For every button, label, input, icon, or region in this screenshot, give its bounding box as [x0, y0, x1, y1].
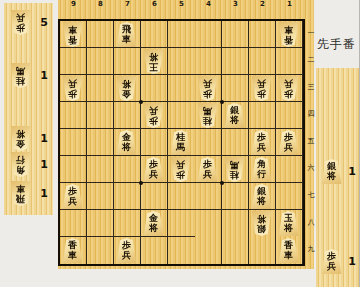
square-6二[interactable]: 王将: [141, 48, 168, 75]
square-6一[interactable]: [141, 21, 168, 48]
shogi-piece[interactable]: 王将: [143, 49, 164, 74]
square-1三[interactable]: 歩兵: [276, 75, 303, 102]
hand-count: 1: [37, 69, 51, 82]
shogi-piece[interactable]: 香車: [62, 238, 83, 263]
square-4七[interactable]: [195, 183, 222, 210]
shogi-piece[interactable]: 銀将: [251, 211, 272, 236]
square-9一[interactable]: 香車: [60, 21, 87, 48]
shogi-piece[interactable]: 桂馬: [197, 103, 218, 128]
square-8五[interactable]: [87, 129, 114, 156]
square-1八[interactable]: 玉将: [276, 210, 303, 237]
hand-count: 1: [37, 158, 51, 171]
square-9四[interactable]: [60, 102, 87, 129]
square-3一[interactable]: [222, 21, 249, 48]
square-5四[interactable]: [168, 102, 195, 129]
square-6六[interactable]: 歩兵: [141, 156, 168, 183]
square-9九[interactable]: 香車: [60, 237, 87, 264]
shogi-piece[interactable]: 銀将: [224, 103, 245, 128]
file-label: 3: [222, 0, 249, 9]
square-3八[interactable]: [222, 210, 249, 237]
shogi-piece[interactable]: 金将: [116, 130, 137, 155]
shogi-piece[interactable]: 香車: [278, 238, 299, 263]
square-5八[interactable]: [168, 210, 195, 237]
square-5五[interactable]: 桂馬: [168, 129, 195, 156]
hand-count: 1: [345, 165, 359, 178]
square-7九[interactable]: 歩兵: [114, 237, 141, 264]
rank-label: 六: [307, 163, 315, 173]
file-label: 4: [195, 0, 222, 9]
file-label: 1: [276, 0, 303, 9]
square-4三[interactable]: 歩兵: [195, 75, 222, 102]
square-8四[interactable]: [87, 102, 114, 129]
hand-count: 1: [37, 187, 51, 200]
shogi-piece[interactable]: 飛車: [116, 22, 137, 47]
square-6八[interactable]: 金将: [141, 210, 168, 237]
square-7八[interactable]: [114, 210, 141, 237]
square-1一[interactable]: 香車: [276, 21, 303, 48]
square-8九[interactable]: [87, 237, 114, 264]
square-2一[interactable]: [249, 21, 276, 48]
file-label: 5: [168, 0, 195, 9]
hand-count: 1: [345, 255, 359, 268]
square-7六[interactable]: [114, 156, 141, 183]
rank-label: 二: [307, 55, 315, 65]
shogi-piece[interactable]: 桂馬: [224, 157, 245, 182]
square-6四[interactable]: 歩兵: [141, 102, 168, 129]
square-4二[interactable]: [195, 48, 222, 75]
square-9二[interactable]: [60, 48, 87, 75]
square-4九[interactable]: [195, 237, 222, 264]
square-6九[interactable]: [141, 237, 168, 264]
square-2二[interactable]: [249, 48, 276, 75]
shogi-piece[interactable]: 角行: [251, 157, 272, 182]
square-9八[interactable]: [60, 210, 87, 237]
rank-label: 三: [307, 82, 315, 92]
square-4四[interactable]: 桂馬: [195, 102, 222, 129]
star-point: [139, 181, 143, 185]
shogi-piece[interactable]: 玉将: [278, 211, 299, 236]
shogi-piece[interactable]: 金将: [143, 211, 164, 236]
file-labels: 987654321: [60, 0, 303, 9]
star-point: [139, 100, 143, 104]
square-8二[interactable]: [87, 48, 114, 75]
shogi-piece[interactable]: 歩兵: [197, 157, 218, 182]
square-6三[interactable]: [141, 75, 168, 102]
square-9五[interactable]: [60, 129, 87, 156]
square-1二[interactable]: [276, 48, 303, 75]
square-5七[interactable]: [168, 183, 195, 210]
square-5二[interactable]: [168, 48, 195, 75]
shogi-app: 987654321 香車飛車香車王将歩兵金将歩兵歩兵歩兵歩兵桂馬銀将金将桂馬歩兵…: [0, 0, 360, 287]
shogi-piece[interactable]: 銀将: [251, 184, 272, 209]
square-2四[interactable]: [249, 102, 276, 129]
square-9三[interactable]: 歩兵: [60, 75, 87, 102]
square-2七[interactable]: 銀将: [249, 183, 276, 210]
shogi-piece[interactable]: 桂馬: [170, 130, 191, 155]
square-3七[interactable]: [222, 183, 249, 210]
hand-count: 5: [37, 16, 51, 29]
rank-label: 八: [307, 217, 315, 227]
square-8七[interactable]: [87, 183, 114, 210]
hand-count: 1: [37, 132, 51, 145]
square-2五[interactable]: 歩兵: [249, 129, 276, 156]
shogi-piece[interactable]: 歩兵: [143, 157, 164, 182]
rank-label: 一: [307, 28, 315, 38]
board-frame: 987654321 香車飛車香車王将歩兵金将歩兵歩兵歩兵歩兵桂馬銀将金将桂馬歩兵…: [58, 0, 314, 269]
square-1六[interactable]: [276, 156, 303, 183]
shogi-piece[interactable]: 歩兵: [170, 157, 191, 182]
square-1五[interactable]: 歩兵: [276, 129, 303, 156]
square-7七[interactable]: [114, 183, 141, 210]
shogi-piece[interactable]: 歩兵: [197, 76, 218, 101]
square-3五[interactable]: [222, 129, 249, 156]
shogi-piece[interactable]: 歩兵: [116, 238, 137, 263]
square-9六[interactable]: [60, 156, 87, 183]
square-1四[interactable]: [276, 102, 303, 129]
file-label: 7: [114, 0, 141, 9]
square-5一[interactable]: [168, 21, 195, 48]
square-3四[interactable]: 銀将: [222, 102, 249, 129]
square-8三[interactable]: [87, 75, 114, 102]
square-8一[interactable]: [87, 21, 114, 48]
square-4五[interactable]: [195, 129, 222, 156]
square-1九[interactable]: 香車: [276, 237, 303, 264]
square-4八[interactable]: [195, 210, 222, 237]
square-2八[interactable]: 銀将: [249, 210, 276, 237]
shogi-piece[interactable]: 歩兵: [62, 76, 83, 101]
file-label: 8: [87, 0, 114, 9]
rank-label: 五: [307, 136, 315, 146]
rank-label: 七: [307, 190, 315, 200]
star-point: [220, 181, 224, 185]
board-grid: 香車飛車香車王将歩兵金将歩兵歩兵歩兵歩兵桂馬銀将金将桂馬歩兵歩兵歩兵歩兵歩兵桂馬…: [58, 19, 305, 266]
square-3三[interactable]: [222, 75, 249, 102]
square-5九[interactable]: [168, 237, 195, 264]
square-4一[interactable]: [195, 21, 222, 48]
shogi-piece[interactable]: 香車: [278, 22, 299, 47]
square-9七[interactable]: 歩兵: [60, 183, 87, 210]
square-1七[interactable]: [276, 183, 303, 210]
square-6五[interactable]: [141, 129, 168, 156]
shogi-piece[interactable]: 歩兵: [278, 76, 299, 101]
rank-label: 九: [307, 244, 315, 254]
square-8八[interactable]: [87, 210, 114, 237]
shogi-piece[interactable]: 歩兵: [251, 76, 272, 101]
shogi-piece[interactable]: 歩兵: [143, 103, 164, 128]
rank-label: 四: [307, 109, 315, 119]
square-3六[interactable]: 桂馬: [222, 156, 249, 183]
shogi-piece[interactable]: 金将: [116, 76, 137, 101]
square-3九[interactable]: [222, 237, 249, 264]
file-label: 2: [249, 0, 276, 9]
square-5三[interactable]: [168, 75, 195, 102]
square-7三[interactable]: 金将: [114, 75, 141, 102]
square-7四[interactable]: [114, 102, 141, 129]
square-2六[interactable]: 角行: [249, 156, 276, 183]
square-4六[interactable]: 歩兵: [195, 156, 222, 183]
shogi-piece[interactable]: 歩兵: [62, 184, 83, 209]
square-2三[interactable]: 歩兵: [249, 75, 276, 102]
turn-indicator: 先手番: [317, 36, 359, 53]
file-label: 9: [60, 0, 87, 9]
square-7五[interactable]: 金将: [114, 129, 141, 156]
shogi-piece[interactable]: 歩兵: [251, 130, 272, 155]
shogi-piece[interactable]: 香車: [62, 22, 83, 47]
shogi-piece[interactable]: 歩兵: [278, 130, 299, 155]
square-3二[interactable]: [222, 48, 249, 75]
square-6七[interactable]: [141, 183, 168, 210]
square-5六[interactable]: 歩兵: [168, 156, 195, 183]
square-8六[interactable]: [87, 156, 114, 183]
star-point: [220, 100, 224, 104]
square-7二[interactable]: [114, 48, 141, 75]
square-7一[interactable]: 飛車: [114, 21, 141, 48]
square-2九[interactable]: [249, 237, 276, 264]
file-label: 6: [141, 0, 168, 9]
